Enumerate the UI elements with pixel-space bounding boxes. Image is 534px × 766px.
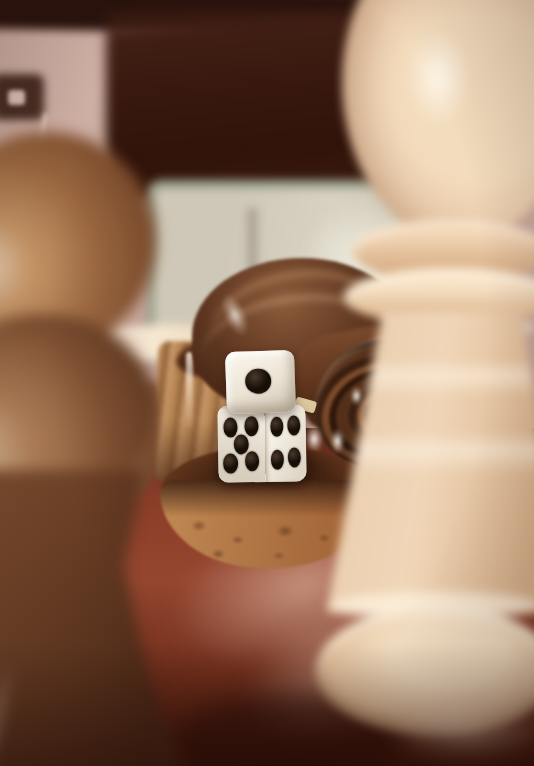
die-pip bbox=[245, 368, 271, 394]
cream-pawn-foreground bbox=[300, 0, 534, 766]
dark-pawn-foreground bbox=[0, 118, 200, 766]
die-pip bbox=[271, 417, 284, 437]
table-reflection bbox=[384, 698, 534, 762]
bottom-die bbox=[217, 404, 306, 483]
dark-pawn-body bbox=[0, 470, 182, 766]
die-pip bbox=[244, 416, 259, 436]
die-pip bbox=[271, 449, 284, 469]
top-die-face-one bbox=[225, 350, 296, 414]
photo-still-life bbox=[0, 0, 534, 766]
cream-pawn-body bbox=[322, 312, 534, 612]
wall-clip-hole bbox=[8, 90, 25, 105]
die-pip bbox=[223, 453, 238, 473]
die-pip bbox=[234, 435, 249, 455]
die-pip bbox=[223, 418, 238, 438]
top-die bbox=[225, 350, 296, 414]
die-pip bbox=[288, 447, 301, 467]
specular-highlight bbox=[406, 28, 472, 126]
die-pip bbox=[287, 415, 300, 435]
die-pip bbox=[244, 451, 259, 471]
bottom-die-face-five bbox=[217, 408, 265, 483]
